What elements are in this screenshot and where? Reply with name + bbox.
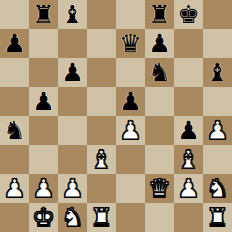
square-a7[interactable]: ♟: [0, 29, 29, 58]
square-f5[interactable]: [145, 87, 174, 116]
piece-black-rook[interactable]: ♜: [32, 0, 54, 29]
chess-board: ♜♝♜♚♟♛♟♟♞♝♟♟♞♟♟♟♝♝♟♟♟♛♟♞♚♞♜♜: [0, 0, 232, 232]
piece-white-pawn[interactable]: ♟: [177, 174, 199, 203]
square-b1[interactable]: ♚: [29, 203, 58, 232]
square-b6[interactable]: [29, 58, 58, 87]
square-c7[interactable]: [58, 29, 87, 58]
square-c4[interactable]: [58, 116, 87, 145]
square-b3[interactable]: [29, 145, 58, 174]
square-d4[interactable]: [87, 116, 116, 145]
square-d7[interactable]: [87, 29, 116, 58]
piece-white-bishop[interactable]: ♝: [177, 145, 199, 174]
square-c1[interactable]: ♞: [58, 203, 87, 232]
square-e7[interactable]: ♛: [116, 29, 145, 58]
piece-black-pawn[interactable]: ♟: [119, 87, 141, 116]
square-g5[interactable]: [174, 87, 203, 116]
square-e5[interactable]: ♟: [116, 87, 145, 116]
square-h8[interactable]: [203, 0, 232, 29]
piece-white-knight[interactable]: ♞: [206, 174, 228, 203]
square-a4[interactable]: ♞: [0, 116, 29, 145]
piece-white-rook[interactable]: ♜: [206, 203, 228, 232]
square-h5[interactable]: [203, 87, 232, 116]
square-d8[interactable]: [87, 0, 116, 29]
square-g7[interactable]: [174, 29, 203, 58]
piece-black-pawn[interactable]: ♟: [3, 29, 25, 58]
square-g8[interactable]: ♚: [174, 0, 203, 29]
square-b4[interactable]: [29, 116, 58, 145]
piece-white-pawn[interactable]: ♟: [119, 116, 141, 145]
square-a8[interactable]: [0, 0, 29, 29]
piece-black-pawn[interactable]: ♟: [177, 116, 199, 145]
square-f6[interactable]: ♞: [145, 58, 174, 87]
square-g1[interactable]: [174, 203, 203, 232]
square-g3[interactable]: ♝: [174, 145, 203, 174]
square-g4[interactable]: ♟: [174, 116, 203, 145]
square-d5[interactable]: [87, 87, 116, 116]
piece-black-queen[interactable]: ♛: [119, 29, 141, 58]
square-h3[interactable]: [203, 145, 232, 174]
square-a6[interactable]: [0, 58, 29, 87]
piece-white-queen[interactable]: ♛: [148, 174, 170, 203]
piece-white-pawn[interactable]: ♟: [3, 174, 25, 203]
square-a2[interactable]: ♟: [0, 174, 29, 203]
square-e2[interactable]: [116, 174, 145, 203]
piece-white-king[interactable]: ♚: [32, 203, 54, 232]
square-f3[interactable]: [145, 145, 174, 174]
square-e6[interactable]: [116, 58, 145, 87]
piece-white-bishop[interactable]: ♝: [90, 145, 112, 174]
piece-white-rook[interactable]: ♜: [90, 203, 112, 232]
piece-white-knight[interactable]: ♞: [61, 203, 83, 232]
square-f8[interactable]: ♜: [145, 0, 174, 29]
square-c2[interactable]: ♟: [58, 174, 87, 203]
square-d6[interactable]: [87, 58, 116, 87]
square-f7[interactable]: ♟: [145, 29, 174, 58]
square-e1[interactable]: [116, 203, 145, 232]
piece-black-knight[interactable]: ♞: [3, 116, 25, 145]
square-c5[interactable]: [58, 87, 87, 116]
piece-white-pawn[interactable]: ♟: [61, 174, 83, 203]
square-b8[interactable]: ♜: [29, 0, 58, 29]
piece-black-bishop[interactable]: ♝: [206, 58, 228, 87]
square-c8[interactable]: ♝: [58, 0, 87, 29]
square-d1[interactable]: ♜: [87, 203, 116, 232]
piece-black-pawn[interactable]: ♟: [61, 58, 83, 87]
piece-black-pawn[interactable]: ♟: [148, 29, 170, 58]
square-h2[interactable]: ♞: [203, 174, 232, 203]
piece-white-pawn[interactable]: ♟: [206, 116, 228, 145]
square-f1[interactable]: [145, 203, 174, 232]
square-b2[interactable]: ♟: [29, 174, 58, 203]
square-a3[interactable]: [0, 145, 29, 174]
square-h6[interactable]: ♝: [203, 58, 232, 87]
square-c6[interactable]: ♟: [58, 58, 87, 87]
square-f4[interactable]: [145, 116, 174, 145]
piece-black-bishop[interactable]: ♝: [61, 0, 83, 29]
square-b5[interactable]: ♟: [29, 87, 58, 116]
piece-white-pawn[interactable]: ♟: [32, 174, 54, 203]
square-e4[interactable]: ♟: [116, 116, 145, 145]
piece-black-knight[interactable]: ♞: [148, 58, 170, 87]
square-b7[interactable]: [29, 29, 58, 58]
square-h7[interactable]: [203, 29, 232, 58]
piece-black-king[interactable]: ♚: [177, 0, 199, 29]
square-e3[interactable]: [116, 145, 145, 174]
square-f2[interactable]: ♛: [145, 174, 174, 203]
square-e8[interactable]: [116, 0, 145, 29]
square-g2[interactable]: ♟: [174, 174, 203, 203]
square-d2[interactable]: [87, 174, 116, 203]
square-h1[interactable]: ♜: [203, 203, 232, 232]
square-c3[interactable]: [58, 145, 87, 174]
square-g6[interactable]: [174, 58, 203, 87]
piece-black-pawn[interactable]: ♟: [32, 87, 54, 116]
square-a5[interactable]: [0, 87, 29, 116]
square-d3[interactable]: ♝: [87, 145, 116, 174]
square-h4[interactable]: ♟: [203, 116, 232, 145]
piece-black-rook[interactable]: ♜: [148, 0, 170, 29]
square-a1[interactable]: [0, 203, 29, 232]
